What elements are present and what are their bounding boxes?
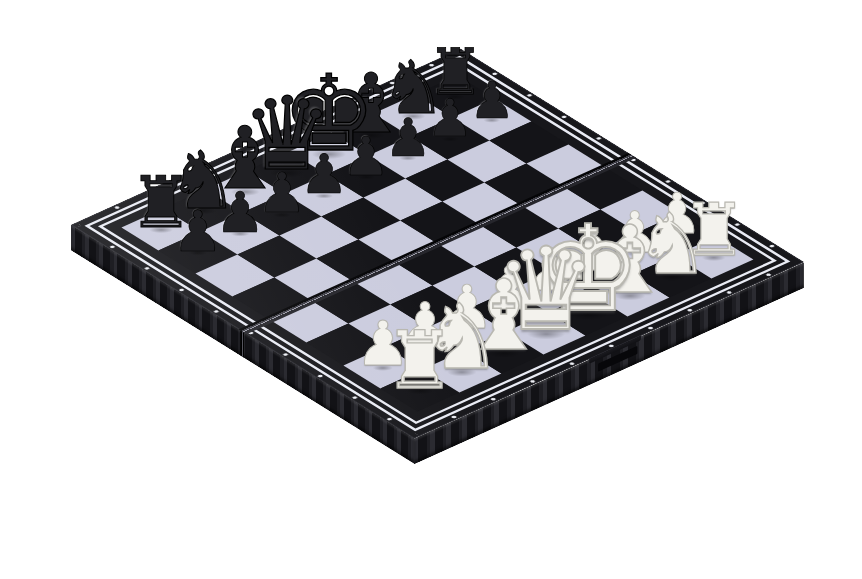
chess-board	[71, 49, 804, 439]
squares-grid	[121, 76, 753, 412]
product-photo-stage: ♜♞♝♛♚♝♞♜♟♟♟♟♟♟♟♟♟♟♟♟♟♟♟♟♜♞♝♛♚♝♞♜	[0, 0, 862, 579]
hinge-seam-edge	[240, 330, 244, 357]
